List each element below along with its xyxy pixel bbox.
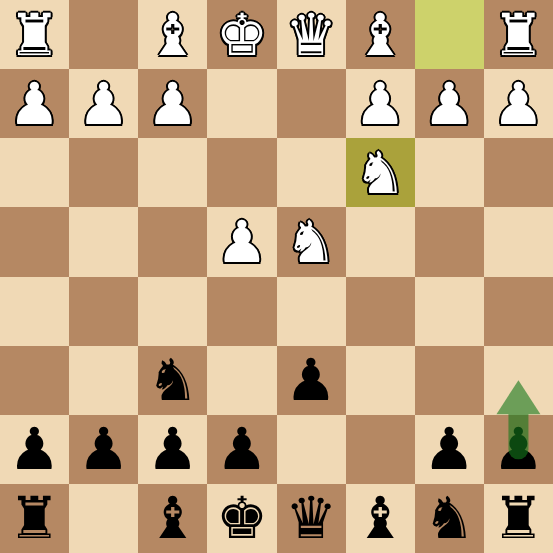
square-g1[interactable] (69, 0, 138, 69)
black-pawn[interactable]: ♟ (492, 420, 544, 478)
square-b8[interactable]: ♞ (415, 484, 484, 553)
square-g6[interactable] (69, 346, 138, 415)
white-pawn[interactable]: ♟ (78, 75, 130, 133)
square-c7[interactable] (346, 415, 415, 484)
square-c8[interactable]: ♝ (346, 484, 415, 553)
square-e1[interactable]: ♚ (207, 0, 276, 69)
white-pawn[interactable]: ♟ (492, 75, 544, 133)
square-d5[interactable] (277, 277, 346, 346)
black-bishop[interactable]: ♝ (354, 489, 406, 547)
white-queen[interactable]: ♛ (285, 6, 337, 64)
white-king[interactable]: ♚ (216, 6, 268, 64)
square-h8[interactable]: ♜ (0, 484, 69, 553)
square-g4[interactable] (69, 207, 138, 276)
white-bishop[interactable]: ♝ (147, 6, 199, 64)
square-f6[interactable]: ♞ (138, 346, 207, 415)
square-b2[interactable]: ♟ (415, 69, 484, 138)
square-a8[interactable]: ♜ (484, 484, 553, 553)
square-g7[interactable]: ♟ (69, 415, 138, 484)
black-bishop[interactable]: ♝ (147, 489, 199, 547)
square-e2[interactable] (207, 69, 276, 138)
square-h1[interactable]: ♜ (0, 0, 69, 69)
square-e7[interactable]: ♟ (207, 415, 276, 484)
square-c2[interactable]: ♟ (346, 69, 415, 138)
square-b5[interactable] (415, 277, 484, 346)
square-b4[interactable] (415, 207, 484, 276)
square-d6[interactable]: ♟ (277, 346, 346, 415)
square-a6[interactable] (484, 346, 553, 415)
black-queen[interactable]: ♛ (285, 489, 337, 547)
square-b3[interactable] (415, 138, 484, 207)
square-c5[interactable] (346, 277, 415, 346)
square-g5[interactable] (69, 277, 138, 346)
white-bishop[interactable]: ♝ (354, 6, 406, 64)
square-g3[interactable] (69, 138, 138, 207)
white-rook[interactable]: ♜ (492, 6, 544, 64)
square-e6[interactable] (207, 346, 276, 415)
square-f5[interactable] (138, 277, 207, 346)
square-d1[interactable]: ♛ (277, 0, 346, 69)
square-b1[interactable] (415, 0, 484, 69)
square-c3[interactable]: ♞ (346, 138, 415, 207)
square-d3[interactable] (277, 138, 346, 207)
square-f3[interactable] (138, 138, 207, 207)
square-e8[interactable]: ♚ (207, 484, 276, 553)
black-pawn[interactable]: ♟ (285, 351, 337, 409)
white-pawn[interactable]: ♟ (354, 75, 406, 133)
square-a2[interactable]: ♟ (484, 69, 553, 138)
square-h4[interactable] (0, 207, 69, 276)
square-f8[interactable]: ♝ (138, 484, 207, 553)
square-c4[interactable] (346, 207, 415, 276)
black-pawn[interactable]: ♟ (9, 420, 61, 478)
white-pawn[interactable]: ♟ (423, 75, 475, 133)
black-pawn[interactable]: ♟ (216, 420, 268, 478)
square-d2[interactable] (277, 69, 346, 138)
black-pawn[interactable]: ♟ (78, 420, 130, 478)
white-pawn[interactable]: ♟ (147, 75, 199, 133)
square-c1[interactable]: ♝ (346, 0, 415, 69)
square-f4[interactable] (138, 207, 207, 276)
white-rook[interactable]: ♜ (9, 6, 61, 64)
black-knight[interactable]: ♞ (423, 489, 475, 547)
square-h7[interactable]: ♟ (0, 415, 69, 484)
black-pawn[interactable]: ♟ (423, 420, 475, 478)
square-g8[interactable] (69, 484, 138, 553)
black-knight[interactable]: ♞ (147, 351, 199, 409)
square-h2[interactable]: ♟ (0, 69, 69, 138)
square-e4[interactable]: ♟ (207, 207, 276, 276)
square-d4[interactable]: ♞ (277, 207, 346, 276)
black-rook[interactable]: ♜ (492, 489, 544, 547)
square-f2[interactable]: ♟ (138, 69, 207, 138)
square-e3[interactable] (207, 138, 276, 207)
black-pawn[interactable]: ♟ (147, 420, 199, 478)
square-f1[interactable]: ♝ (138, 0, 207, 69)
black-rook[interactable]: ♜ (9, 489, 61, 547)
white-knight[interactable]: ♞ (285, 213, 337, 271)
square-a3[interactable] (484, 138, 553, 207)
square-g2[interactable]: ♟ (69, 69, 138, 138)
white-knight[interactable]: ♞ (354, 144, 406, 202)
square-h3[interactable] (0, 138, 69, 207)
square-c6[interactable] (346, 346, 415, 415)
square-f7[interactable]: ♟ (138, 415, 207, 484)
square-d8[interactable]: ♛ (277, 484, 346, 553)
square-h5[interactable] (0, 277, 69, 346)
square-a4[interactable] (484, 207, 553, 276)
square-a7[interactable]: ♟ (484, 415, 553, 484)
black-king[interactable]: ♚ (216, 489, 268, 547)
white-pawn[interactable]: ♟ (216, 213, 268, 271)
square-b6[interactable] (415, 346, 484, 415)
square-h6[interactable] (0, 346, 69, 415)
white-pawn[interactable]: ♟ (9, 75, 61, 133)
square-a1[interactable]: ♜ (484, 0, 553, 69)
square-e5[interactable] (207, 277, 276, 346)
square-b7[interactable]: ♟ (415, 415, 484, 484)
chess-board: ♜♝♚♛♝♜♟♟♟♟♟♟♞♟♞♞♟♟♟♟♟♟♟♜♝♚♛♝♞♜ (0, 0, 553, 553)
square-a5[interactable] (484, 277, 553, 346)
square-d7[interactable] (277, 415, 346, 484)
